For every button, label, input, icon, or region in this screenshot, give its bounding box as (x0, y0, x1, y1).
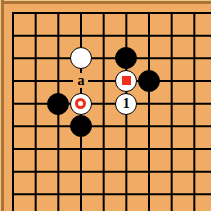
point-label-a: a (73, 73, 88, 88)
board-edge-top (0, 0, 211, 4)
red-circle-marker-icon (75, 98, 86, 109)
stone-white-numbered-1: 1 (115, 93, 137, 115)
stone-white (70, 47, 92, 69)
stone-white-square-marked (115, 70, 137, 92)
stone-black (70, 115, 92, 137)
stone-black (115, 47, 137, 69)
board-edge-left (0, 0, 4, 211)
stone-black (138, 70, 160, 92)
red-square-marker-icon (122, 76, 131, 85)
stones-layer: 1a (2, 2, 206, 206)
stone-white-circle-marked (70, 93, 92, 115)
go-board: 1a (0, 0, 211, 211)
stone-black (47, 93, 69, 115)
